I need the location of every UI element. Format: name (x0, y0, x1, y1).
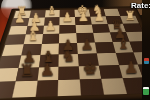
panel-icon-bottom[interactable] (143, 87, 149, 95)
rate-label: Rate: (131, 1, 150, 10)
board-square[interactable] (58, 66, 79, 80)
panel-icon-mid[interactable] (144, 58, 149, 64)
dark-pawn-piece[interactable]: ♟ (80, 37, 93, 52)
board-square[interactable] (41, 34, 59, 44)
chess-board-grid: ♜♝♚♞♟♟♟♟♟♜♟♟♛♝♟♟♟♝♟♝♞♜♟♚♟ (0, 9, 150, 99)
board-square[interactable]: ♜ (15, 67, 38, 82)
board-frame: ♜♝♚♞♟♟♟♟♟♜♟♟♛♝♟♟♟♝♟♝♞♜♟♚♟ (0, 6, 150, 100)
board-square[interactable] (97, 53, 119, 66)
game-screen: ♜♝♚♞♟♟♟♟♟♜♟♟♛♝♟♟♟♝♟♝♞♜♟♚♟ Rate: (0, 0, 150, 100)
light-bishop-piece[interactable]: ♝ (47, 4, 58, 16)
board-square[interactable]: ♟ (118, 64, 143, 78)
light-pawn-piece[interactable]: ♟ (62, 11, 74, 24)
dark-king-piece[interactable]: ♚ (82, 60, 97, 77)
dark-pawn-piece[interactable]: ♟ (40, 61, 55, 78)
board-square[interactable]: ♝ (112, 42, 133, 53)
board-square[interactable]: ♝ (23, 34, 42, 44)
light-rook-piece[interactable]: ♜ (125, 10, 136, 23)
right-ui-strip (142, 0, 150, 100)
board-square[interactable] (0, 68, 18, 83)
chess-board-3d: ♜♝♚♞♟♟♟♟♟♜♟♟♛♝♟♟♟♝♟♝♞♜♟♚♟ (0, 6, 150, 100)
board-square[interactable] (99, 65, 122, 79)
dark-pawn-piece[interactable]: ♟ (124, 59, 139, 76)
board-square[interactable] (5, 35, 25, 45)
board-square[interactable] (95, 42, 115, 53)
board-square[interactable] (35, 80, 58, 97)
light-pawn-piece[interactable]: ♟ (93, 10, 104, 23)
light-bishop-piece[interactable]: ♝ (26, 28, 39, 42)
board-square[interactable] (2, 44, 23, 55)
board-square[interactable] (80, 79, 104, 95)
board-square[interactable] (59, 25, 76, 34)
light-pawn-piece[interactable]: ♟ (77, 10, 88, 23)
board-square[interactable]: ♟ (43, 25, 60, 34)
light-pawn-piece[interactable]: ♟ (45, 19, 57, 32)
light-pawn-piece[interactable]: ♟ (14, 12, 26, 25)
dark-bishop-piece[interactable]: ♝ (117, 36, 130, 51)
board-square[interactable] (58, 80, 81, 96)
board-square[interactable]: ♟ (37, 66, 59, 80)
board-square[interactable]: ♟ (11, 18, 29, 26)
board-square[interactable] (76, 24, 93, 33)
dark-rook-piece[interactable]: ♜ (19, 62, 35, 79)
board-square[interactable]: ♟ (77, 43, 97, 54)
dark-knight-piece[interactable]: ♞ (61, 48, 75, 64)
board-square[interactable] (12, 81, 37, 98)
board-square[interactable]: ♚ (79, 65, 101, 79)
board-square[interactable]: ♞ (59, 54, 79, 67)
